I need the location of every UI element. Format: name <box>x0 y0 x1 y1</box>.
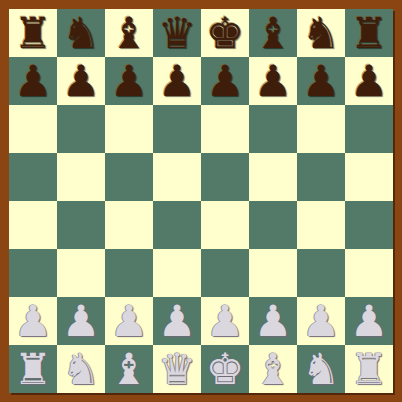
piece-white-pawn[interactable]: ♟ <box>350 298 389 345</box>
square-f4[interactable] <box>249 201 297 249</box>
square-h8[interactable]: ♜ <box>345 9 393 57</box>
piece-black-knight[interactable]: ♞ <box>62 10 101 57</box>
piece-white-pawn[interactable]: ♟ <box>14 298 53 345</box>
square-c6[interactable] <box>105 105 153 153</box>
square-b3[interactable] <box>57 249 105 297</box>
piece-black-pawn[interactable]: ♟ <box>254 58 293 105</box>
square-e5[interactable] <box>201 153 249 201</box>
piece-white-pawn[interactable]: ♟ <box>110 298 149 345</box>
square-e1[interactable]: ♚ <box>201 345 249 393</box>
piece-black-king[interactable]: ♚ <box>206 10 245 57</box>
square-d6[interactable] <box>153 105 201 153</box>
square-c2[interactable]: ♟ <box>105 297 153 345</box>
square-g4[interactable] <box>297 201 345 249</box>
piece-black-pawn[interactable]: ♟ <box>350 58 389 105</box>
square-c1[interactable]: ♝ <box>105 345 153 393</box>
square-a8[interactable]: ♜ <box>9 9 57 57</box>
piece-black-pawn[interactable]: ♟ <box>14 58 53 105</box>
piece-black-knight[interactable]: ♞ <box>302 10 341 57</box>
square-c3[interactable] <box>105 249 153 297</box>
square-d4[interactable] <box>153 201 201 249</box>
square-b2[interactable]: ♟ <box>57 297 105 345</box>
square-c5[interactable] <box>105 153 153 201</box>
piece-white-pawn[interactable]: ♟ <box>62 298 101 345</box>
square-e7[interactable]: ♟ <box>201 57 249 105</box>
piece-white-pawn[interactable]: ♟ <box>158 298 197 345</box>
square-h7[interactable]: ♟ <box>345 57 393 105</box>
piece-black-pawn[interactable]: ♟ <box>110 58 149 105</box>
square-d5[interactable] <box>153 153 201 201</box>
square-d8[interactable]: ♛ <box>153 9 201 57</box>
piece-white-bishop[interactable]: ♝ <box>110 346 149 393</box>
square-a7[interactable]: ♟ <box>9 57 57 105</box>
square-d3[interactable] <box>153 249 201 297</box>
square-f8[interactable]: ♝ <box>249 9 297 57</box>
square-f1[interactable]: ♝ <box>249 345 297 393</box>
square-h5[interactable] <box>345 153 393 201</box>
piece-black-pawn[interactable]: ♟ <box>158 58 197 105</box>
piece-black-pawn[interactable]: ♟ <box>302 58 341 105</box>
square-a2[interactable]: ♟ <box>9 297 57 345</box>
piece-white-rook[interactable]: ♜ <box>350 346 389 393</box>
piece-white-pawn[interactable]: ♟ <box>206 298 245 345</box>
square-h3[interactable] <box>345 249 393 297</box>
square-f7[interactable]: ♟ <box>249 57 297 105</box>
square-b8[interactable]: ♞ <box>57 9 105 57</box>
square-f5[interactable] <box>249 153 297 201</box>
square-e8[interactable]: ♚ <box>201 9 249 57</box>
piece-black-rook[interactable]: ♜ <box>350 10 389 57</box>
piece-black-pawn[interactable]: ♟ <box>206 58 245 105</box>
piece-white-king[interactable]: ♚ <box>206 346 245 393</box>
piece-white-bishop[interactable]: ♝ <box>254 346 293 393</box>
square-h4[interactable] <box>345 201 393 249</box>
piece-white-queen[interactable]: ♛ <box>158 346 197 393</box>
chess-board: ♜♞♝♛♚♝♞♜♟♟♟♟♟♟♟♟♟♟♟♟♟♟♟♟♜♞♝♛♚♝♞♜ <box>9 9 393 393</box>
square-c4[interactable] <box>105 201 153 249</box>
square-h6[interactable] <box>345 105 393 153</box>
square-f6[interactable] <box>249 105 297 153</box>
piece-white-pawn[interactable]: ♟ <box>254 298 293 345</box>
square-b7[interactable]: ♟ <box>57 57 105 105</box>
square-d2[interactable]: ♟ <box>153 297 201 345</box>
square-e3[interactable] <box>201 249 249 297</box>
chess-board-frame: ♜♞♝♛♚♝♞♜♟♟♟♟♟♟♟♟♟♟♟♟♟♟♟♟♜♞♝♛♚♝♞♜ <box>0 0 402 402</box>
square-e6[interactable] <box>201 105 249 153</box>
square-a6[interactable] <box>9 105 57 153</box>
square-d1[interactable]: ♛ <box>153 345 201 393</box>
square-g7[interactable]: ♟ <box>297 57 345 105</box>
square-a3[interactable] <box>9 249 57 297</box>
piece-black-bishop[interactable]: ♝ <box>254 10 293 57</box>
square-a5[interactable] <box>9 153 57 201</box>
piece-white-pawn[interactable]: ♟ <box>302 298 341 345</box>
square-e4[interactable] <box>201 201 249 249</box>
square-b5[interactable] <box>57 153 105 201</box>
square-g6[interactable] <box>297 105 345 153</box>
square-f3[interactable] <box>249 249 297 297</box>
square-g3[interactable] <box>297 249 345 297</box>
square-c8[interactable]: ♝ <box>105 9 153 57</box>
square-b4[interactable] <box>57 201 105 249</box>
square-b6[interactable] <box>57 105 105 153</box>
square-e2[interactable]: ♟ <box>201 297 249 345</box>
square-a4[interactable] <box>9 201 57 249</box>
piece-black-bishop[interactable]: ♝ <box>110 10 149 57</box>
square-c7[interactable]: ♟ <box>105 57 153 105</box>
square-a1[interactable]: ♜ <box>9 345 57 393</box>
square-g1[interactable]: ♞ <box>297 345 345 393</box>
square-g2[interactable]: ♟ <box>297 297 345 345</box>
piece-black-rook[interactable]: ♜ <box>14 10 53 57</box>
piece-black-pawn[interactable]: ♟ <box>62 58 101 105</box>
square-f2[interactable]: ♟ <box>249 297 297 345</box>
square-h2[interactable]: ♟ <box>345 297 393 345</box>
square-h1[interactable]: ♜ <box>345 345 393 393</box>
square-d7[interactable]: ♟ <box>153 57 201 105</box>
piece-white-rook[interactable]: ♜ <box>14 346 53 393</box>
square-g8[interactable]: ♞ <box>297 9 345 57</box>
square-b1[interactable]: ♞ <box>57 345 105 393</box>
square-g5[interactable] <box>297 153 345 201</box>
piece-white-knight[interactable]: ♞ <box>302 346 341 393</box>
piece-black-queen[interactable]: ♛ <box>158 10 197 57</box>
piece-white-knight[interactable]: ♞ <box>62 346 101 393</box>
